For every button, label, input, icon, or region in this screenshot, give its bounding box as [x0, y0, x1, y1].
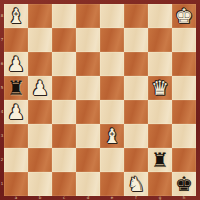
square-e8[interactable]: [100, 4, 124, 28]
square-g5[interactable]: ♛: [148, 76, 172, 100]
square-c6[interactable]: [52, 52, 76, 76]
square-h7[interactable]: [172, 28, 196, 52]
chess-board-frame: 87654321 abcdefgh ♝♚♟♜♟♛♟♝♜♞♚: [0, 0, 200, 200]
black-king-piece[interactable]: ♚: [172, 172, 196, 196]
square-e5[interactable]: [100, 76, 124, 100]
file-label-b: b: [28, 196, 52, 200]
square-c8[interactable]: [52, 4, 76, 28]
square-g6[interactable]: [148, 52, 172, 76]
white-bishop-piece[interactable]: ♝: [100, 124, 124, 148]
square-a2[interactable]: [4, 148, 28, 172]
file-label-g: g: [148, 196, 172, 200]
square-g3[interactable]: [148, 124, 172, 148]
square-a5[interactable]: ♜: [4, 76, 28, 100]
square-f2[interactable]: [124, 148, 148, 172]
square-f1[interactable]: ♞: [124, 172, 148, 196]
square-b6[interactable]: [28, 52, 52, 76]
square-b8[interactable]: [28, 4, 52, 28]
white-king-piece[interactable]: ♚: [172, 4, 196, 28]
square-d2[interactable]: [76, 148, 100, 172]
white-pawn-piece[interactable]: ♟: [28, 76, 52, 100]
square-g8[interactable]: [148, 4, 172, 28]
square-g1[interactable]: [148, 172, 172, 196]
square-h3[interactable]: [172, 124, 196, 148]
file-label-h: h: [172, 196, 196, 200]
square-e6[interactable]: [100, 52, 124, 76]
square-f8[interactable]: [124, 4, 148, 28]
file-coordinates: abcdefgh: [4, 196, 196, 200]
square-b7[interactable]: [28, 28, 52, 52]
square-f5[interactable]: [124, 76, 148, 100]
square-d3[interactable]: [76, 124, 100, 148]
square-a4[interactable]: ♟: [4, 100, 28, 124]
square-d1[interactable]: [76, 172, 100, 196]
white-knight-piece[interactable]: ♞: [124, 172, 148, 196]
square-g2[interactable]: ♜: [148, 148, 172, 172]
square-h2[interactable]: [172, 148, 196, 172]
square-b2[interactable]: [28, 148, 52, 172]
square-d5[interactable]: [76, 76, 100, 100]
white-bishop-piece[interactable]: ♝: [4, 4, 28, 28]
square-g4[interactable]: [148, 100, 172, 124]
square-e7[interactable]: [100, 28, 124, 52]
black-rook-piece[interactable]: ♜: [4, 76, 28, 100]
square-e3[interactable]: ♝: [100, 124, 124, 148]
square-d7[interactable]: [76, 28, 100, 52]
square-c1[interactable]: [52, 172, 76, 196]
square-a1[interactable]: [4, 172, 28, 196]
square-d8[interactable]: [76, 4, 100, 28]
square-f4[interactable]: [124, 100, 148, 124]
file-label-a: a: [4, 196, 28, 200]
square-a3[interactable]: [4, 124, 28, 148]
square-c5[interactable]: [52, 76, 76, 100]
square-h8[interactable]: ♚: [172, 4, 196, 28]
square-b1[interactable]: [28, 172, 52, 196]
square-h4[interactable]: [172, 100, 196, 124]
file-label-f: f: [124, 196, 148, 200]
square-c3[interactable]: [52, 124, 76, 148]
square-h1[interactable]: ♚: [172, 172, 196, 196]
file-label-c: c: [52, 196, 76, 200]
square-b4[interactable]: [28, 100, 52, 124]
file-label-d: d: [76, 196, 100, 200]
white-queen-piece[interactable]: ♛: [148, 76, 172, 100]
chess-board-grid: ♝♚♟♜♟♛♟♝♜♞♚: [4, 4, 196, 196]
square-g7[interactable]: [148, 28, 172, 52]
square-d4[interactable]: [76, 100, 100, 124]
square-c2[interactable]: [52, 148, 76, 172]
square-a8[interactable]: ♝: [4, 4, 28, 28]
black-rook-piece[interactable]: ♜: [148, 148, 172, 172]
square-e4[interactable]: [100, 100, 124, 124]
square-b5[interactable]: ♟: [28, 76, 52, 100]
square-h6[interactable]: [172, 52, 196, 76]
square-e1[interactable]: [100, 172, 124, 196]
square-f6[interactable]: [124, 52, 148, 76]
white-pawn-piece[interactable]: ♟: [4, 100, 28, 124]
square-a7[interactable]: [4, 28, 28, 52]
square-f7[interactable]: [124, 28, 148, 52]
white-pawn-piece[interactable]: ♟: [4, 52, 28, 76]
square-f3[interactable]: [124, 124, 148, 148]
square-c7[interactable]: [52, 28, 76, 52]
square-d6[interactable]: [76, 52, 100, 76]
square-c4[interactable]: [52, 100, 76, 124]
file-label-e: e: [100, 196, 124, 200]
square-e2[interactable]: [100, 148, 124, 172]
square-b3[interactable]: [28, 124, 52, 148]
square-h5[interactable]: [172, 76, 196, 100]
square-a6[interactable]: ♟: [4, 52, 28, 76]
